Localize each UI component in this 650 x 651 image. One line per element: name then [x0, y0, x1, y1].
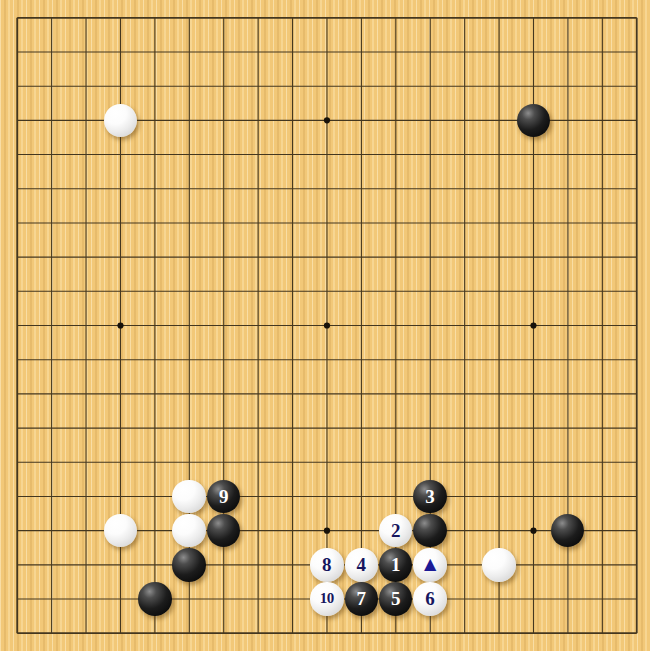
move-number-label: 1 [391, 555, 401, 574]
stone-white-N3: ▲ [413, 548, 447, 582]
stone-black-F3 [172, 548, 206, 582]
stone-white-N2: 6 [413, 582, 447, 616]
stone-white-K2: 10 [310, 582, 344, 616]
stone-black-E2 [138, 582, 172, 616]
stone-white-D4 [103, 514, 137, 548]
stone-white-F5 [172, 479, 206, 513]
move-number-label: 7 [357, 589, 367, 608]
move-number-label: 8 [322, 555, 332, 574]
stone-black-N5: 3 [413, 479, 447, 513]
move-number-label: 3 [425, 487, 435, 506]
stones-layer: 932841▲10756 [0, 1, 650, 651]
stone-white-F4 [172, 514, 206, 548]
stone-black-Q16 [516, 103, 550, 137]
move-number-label: 4 [357, 555, 367, 574]
stone-black-G5: 9 [206, 479, 240, 513]
triangle-mark-icon: ▲ [424, 556, 436, 572]
stone-black-N4 [413, 514, 447, 548]
stone-white-M4: 2 [378, 514, 412, 548]
stone-black-M3: 1 [378, 548, 412, 582]
move-number-label: 2 [391, 521, 401, 540]
stone-black-M2: 5 [378, 582, 412, 616]
stone-black-R4 [551, 514, 585, 548]
go-board[interactable]: 932841▲10756 [0, 0, 650, 651]
move-number-label: 9 [219, 487, 229, 506]
stone-white-K3: 8 [310, 548, 344, 582]
stone-white-P3 [482, 548, 516, 582]
move-number-label: 6 [425, 589, 435, 608]
stone-white-L3: 4 [344, 548, 378, 582]
stone-black-L2: 7 [344, 582, 378, 616]
move-number-label: 10 [320, 591, 334, 606]
move-number-label: 5 [391, 589, 401, 608]
stone-white-D16 [103, 103, 137, 137]
stone-black-G4 [206, 514, 240, 548]
